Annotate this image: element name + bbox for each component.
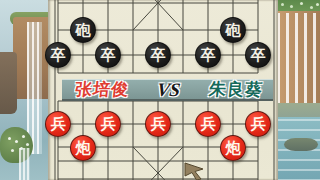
red-soldier-piece: 兵 [95, 111, 121, 137]
waterfall-scene-right [277, 0, 320, 180]
red-soldier-piece: 兵 [195, 111, 221, 137]
red-cannon-piece: 炮 [70, 135, 96, 161]
red-soldier-piece: 兵 [245, 111, 271, 137]
pointer-arrow-icon [182, 161, 210, 180]
red-soldier-piece: 兵 [45, 111, 71, 137]
waterfall-scene-left [0, 0, 50, 180]
black-soldier-piece: 卒 [245, 42, 271, 68]
foliage-highlights-icon [281, 3, 284, 6]
player-name-left: 张培俊 [74, 78, 130, 101]
players-banner: 张培俊 VS 朱良葵 [62, 79, 273, 101]
rock-icon [0, 52, 17, 114]
black-soldier-piece: 卒 [145, 42, 171, 68]
waterfall-icon [19, 148, 30, 180]
black-cannon-piece: 砲 [220, 17, 246, 43]
video-frame: 砲砲卒卒卒卒卒兵兵兵兵兵炮炮 张培俊 VS 朱良葵 [0, 0, 320, 180]
red-cannon-piece: 炮 [220, 135, 246, 161]
player-name-right: 朱良葵 [208, 78, 264, 101]
black-soldier-piece: 卒 [195, 42, 221, 68]
flowers-icon [8, 137, 11, 140]
black-soldier-piece: 卒 [95, 42, 121, 68]
red-soldier-piece: 兵 [145, 111, 171, 137]
black-soldier-piece: 卒 [45, 42, 71, 68]
vs-label: VS [156, 79, 182, 101]
rock-icon [284, 138, 318, 151]
black-cannon-piece: 砲 [70, 17, 96, 43]
waterfall-icon [277, 13, 320, 111]
